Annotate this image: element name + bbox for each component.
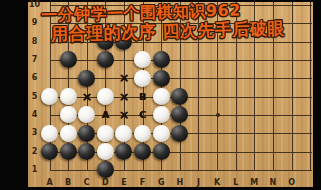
black-stone[interactable] [97, 51, 114, 68]
black-stone[interactable] [115, 143, 132, 160]
mark-x[interactable]: × [117, 71, 131, 85]
white-stone[interactable] [134, 70, 151, 87]
row-label: 7 [28, 55, 41, 64]
row-label: 3 [28, 128, 41, 137]
row-label: 6 [28, 73, 41, 82]
col-label: D [100, 178, 111, 187]
white-stone[interactable] [153, 88, 170, 105]
black-stone[interactable] [153, 70, 170, 87]
black-stone[interactable] [171, 88, 188, 105]
mark-letter-C[interactable]: C [136, 108, 150, 122]
black-stone[interactable] [153, 143, 170, 160]
white-stone[interactable] [60, 106, 77, 123]
mark-letter-B[interactable]: B [136, 90, 150, 104]
mark-letter-A[interactable]: A [98, 108, 112, 122]
row-label: 10 [28, 0, 41, 9]
black-stone[interactable] [78, 70, 95, 87]
grid-line-v [310, 2, 311, 171]
white-stone[interactable] [97, 88, 114, 105]
black-stone[interactable] [153, 51, 170, 68]
white-stone[interactable] [97, 125, 114, 142]
white-stone[interactable] [97, 143, 114, 160]
black-stone[interactable] [60, 51, 77, 68]
col-label: J [193, 178, 204, 187]
row-label: 9 [28, 18, 41, 27]
col-label: A [44, 178, 55, 187]
col-label: B [63, 178, 74, 187]
white-stone[interactable] [41, 88, 58, 105]
black-stone[interactable] [171, 106, 188, 123]
mark-x[interactable]: × [80, 90, 94, 104]
white-stone[interactable] [115, 125, 132, 142]
col-label: M [249, 178, 260, 187]
col-label: F [137, 178, 148, 187]
col-label: E [118, 178, 129, 187]
col-label: G [156, 178, 167, 187]
white-stone[interactable] [153, 125, 170, 142]
black-stone[interactable] [97, 161, 114, 178]
mark-x[interactable]: × [117, 90, 131, 104]
row-label: 1 [28, 165, 41, 174]
black-stone[interactable] [41, 143, 58, 160]
black-stone[interactable] [78, 143, 95, 160]
white-stone[interactable] [153, 106, 170, 123]
row-label: 2 [28, 147, 41, 156]
black-stone[interactable] [134, 143, 151, 160]
mark-x[interactable]: × [117, 108, 131, 122]
col-label: O [286, 178, 297, 187]
row-label: 4 [28, 110, 41, 119]
col-label: C [81, 178, 92, 187]
white-stone[interactable] [78, 106, 95, 123]
col-label: N [267, 178, 278, 187]
black-stone[interactable] [171, 125, 188, 142]
white-stone[interactable] [134, 51, 151, 68]
row-label: 8 [28, 37, 41, 46]
col-label: H [174, 178, 185, 187]
black-stone[interactable] [60, 143, 77, 160]
white-stone[interactable] [60, 125, 77, 142]
white-stone[interactable] [60, 88, 77, 105]
video-frame: 10987654321ABCDEFGHJKLMNO××××ABC 一分钟学一个围… [0, 0, 321, 190]
black-stone[interactable] [78, 125, 95, 142]
col-label: L [230, 178, 241, 187]
row-label: 5 [28, 92, 41, 101]
col-label: K [212, 178, 223, 187]
white-stone[interactable] [41, 125, 58, 142]
white-stone[interactable] [134, 125, 151, 142]
grid-line-v [292, 2, 293, 171]
